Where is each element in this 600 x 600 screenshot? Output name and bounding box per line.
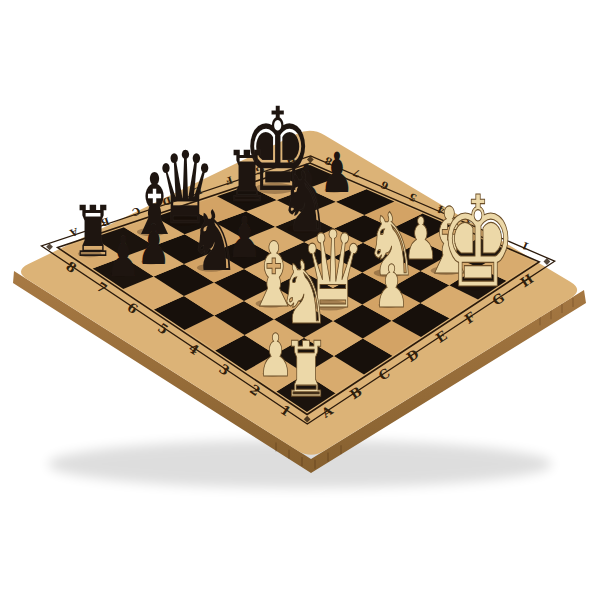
piece-black-pawn-b7: ♟	[137, 212, 171, 276]
piece-white-pawn-e2: ♟	[373, 252, 409, 321]
chess-board: ABCDEFGH12345678ABCDEFGH12345678♚♟♜♟♛♞♝♜…	[0, 0, 600, 600]
piece-black-pawn-a7: ♟	[106, 224, 140, 288]
chessboard-product-photo: ABCDEFGH12345678ABCDEFGH12345678♚♟♜♟♛♞♝♜…	[0, 0, 600, 600]
piece-white-rook-a1: ♜	[283, 324, 330, 413]
piece-black-knight-c6: ♞	[189, 193, 240, 290]
piece-white-king-g1: ♚	[440, 169, 517, 315]
